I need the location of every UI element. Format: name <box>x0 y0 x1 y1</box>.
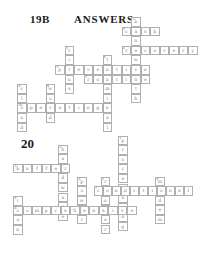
clue-number: 8 <box>14 197 16 200</box>
cell-letter: e <box>102 216 110 224</box>
cell-letter: m <box>156 216 164 224</box>
cell-letter: f <box>43 165 51 173</box>
cell-letter: r <box>62 165 70 173</box>
crossword-cell: 4p <box>77 177 87 187</box>
crossword-cell: r <box>61 164 71 174</box>
crossword-cell: g <box>118 222 128 232</box>
cell-letter: w <box>59 184 67 192</box>
crossword-cell: p <box>42 206 52 216</box>
crossword-cell: w <box>77 196 87 206</box>
crossword-cell: 3b <box>13 164 23 174</box>
clue-number: 7 <box>95 187 97 190</box>
crossword-cell: n <box>13 225 23 235</box>
cell-letter: o <box>104 187 112 195</box>
crossword-cell: h <box>70 206 80 216</box>
crossword-cell: 8i <box>13 196 23 206</box>
crossword-cell: d <box>58 173 68 183</box>
clue-number: 1 <box>119 137 121 140</box>
crossword-cell: e <box>80 206 90 216</box>
cell-letter: t <box>140 187 148 195</box>
cell-letter: e <box>52 165 60 173</box>
cell-letter: d <box>122 187 130 195</box>
crossword-cell: a <box>58 154 68 164</box>
crossword-cell: e <box>118 174 128 184</box>
cell-letter: n <box>113 187 121 195</box>
cell-letter: r <box>102 226 110 234</box>
clue-number: 3 <box>14 165 16 168</box>
cell-letter: e <box>81 207 89 215</box>
crossword-cell: d <box>155 196 165 206</box>
cell-letter: o <box>158 187 166 195</box>
cell-letter: n <box>14 226 22 234</box>
answer-key-page: 19B ANSWERS 20 1bandwidth3virus6terminal… <box>0 0 200 258</box>
crossword-cell: c <box>118 164 128 174</box>
cell-letter: c <box>119 165 127 173</box>
crossword-cell: 2h <box>58 145 68 155</box>
cell-letter: r <box>52 207 60 215</box>
crossword-cell: 5r <box>101 177 111 187</box>
crossword-cell: l <box>184 186 194 196</box>
cell-letter: s <box>100 207 108 215</box>
crossword-cell: f <box>32 164 42 174</box>
cell-letter: a <box>176 187 184 195</box>
crossword-cell: n <box>89 206 99 216</box>
cell-letter: i <box>149 187 157 195</box>
cell-letter: o <box>119 156 127 164</box>
cell-letter: o <box>24 207 32 215</box>
puzzle-20-grid: 1processing2hardware3buffer4power5router… <box>0 0 200 258</box>
cell-letter: r <box>119 146 127 154</box>
cell-letter: o <box>78 187 86 195</box>
crossword-cell: o <box>13 215 23 225</box>
crossword-cell: r <box>101 225 111 235</box>
crossword-cell: e <box>61 206 71 216</box>
cell-letter: d <box>156 197 164 205</box>
crossword-cell: 1p <box>118 136 128 146</box>
clue-number: 5 <box>102 178 104 181</box>
cell-letter: f <box>33 165 41 173</box>
cell-letter: p <box>43 207 51 215</box>
crossword-cell: e <box>51 164 61 174</box>
cell-letter: u <box>102 197 110 205</box>
crossword-cell: s <box>99 206 109 216</box>
crossword-cell: u <box>101 196 111 206</box>
cell-letter: n <box>90 207 98 215</box>
crossword-cell: r <box>51 206 61 216</box>
crossword-cell: o <box>118 155 128 165</box>
crossword-cell: e <box>155 205 165 215</box>
cell-letter: e <box>128 207 136 215</box>
clue-number: 6 <box>156 178 158 181</box>
clue-number: 2 <box>59 146 61 149</box>
cell-letter: w <box>78 197 86 205</box>
cell-letter: h <box>71 207 79 215</box>
crossword-cell: r <box>77 215 87 225</box>
crossword-cell: m <box>32 206 42 216</box>
crossword-cell: w <box>58 183 68 193</box>
crossword-cell: a <box>58 193 68 203</box>
crossword-cell: m <box>155 215 165 225</box>
crossword-cell: o <box>77 186 87 196</box>
cell-letter: v <box>119 207 127 215</box>
crossword-cell: 9c <box>13 206 23 216</box>
cell-letter: e <box>156 206 164 214</box>
cell-letter: i <box>109 207 117 215</box>
cell-letter: a <box>59 194 67 202</box>
crossword-cell: f <box>42 164 52 174</box>
cell-letter: r <box>78 216 86 224</box>
cell-letter: d <box>59 174 67 182</box>
cell-letter: e <box>62 207 70 215</box>
crossword-cell: u <box>23 164 33 174</box>
cell-letter: i <box>131 187 139 195</box>
cell-letter: a <box>59 155 67 163</box>
crossword-cell: 6m <box>155 177 165 187</box>
clue-number: 4 <box>78 178 80 181</box>
cell-letter: g <box>119 223 127 231</box>
crossword-cell: e <box>127 206 137 216</box>
crossword-cell: r <box>118 145 128 155</box>
cell-letter: o <box>14 216 22 224</box>
crossword-cell: o <box>23 206 33 216</box>
cell-letter: n <box>167 187 175 195</box>
crossword-cell: v <box>118 206 128 216</box>
clue-number: 9 <box>14 207 16 210</box>
cell-letter: u <box>24 165 32 173</box>
cell-letter: l <box>185 187 193 195</box>
cell-letter: e <box>119 175 127 183</box>
crossword-cell: i <box>108 206 118 216</box>
cell-letter: m <box>33 207 41 215</box>
crossword-cell: e <box>101 215 111 225</box>
